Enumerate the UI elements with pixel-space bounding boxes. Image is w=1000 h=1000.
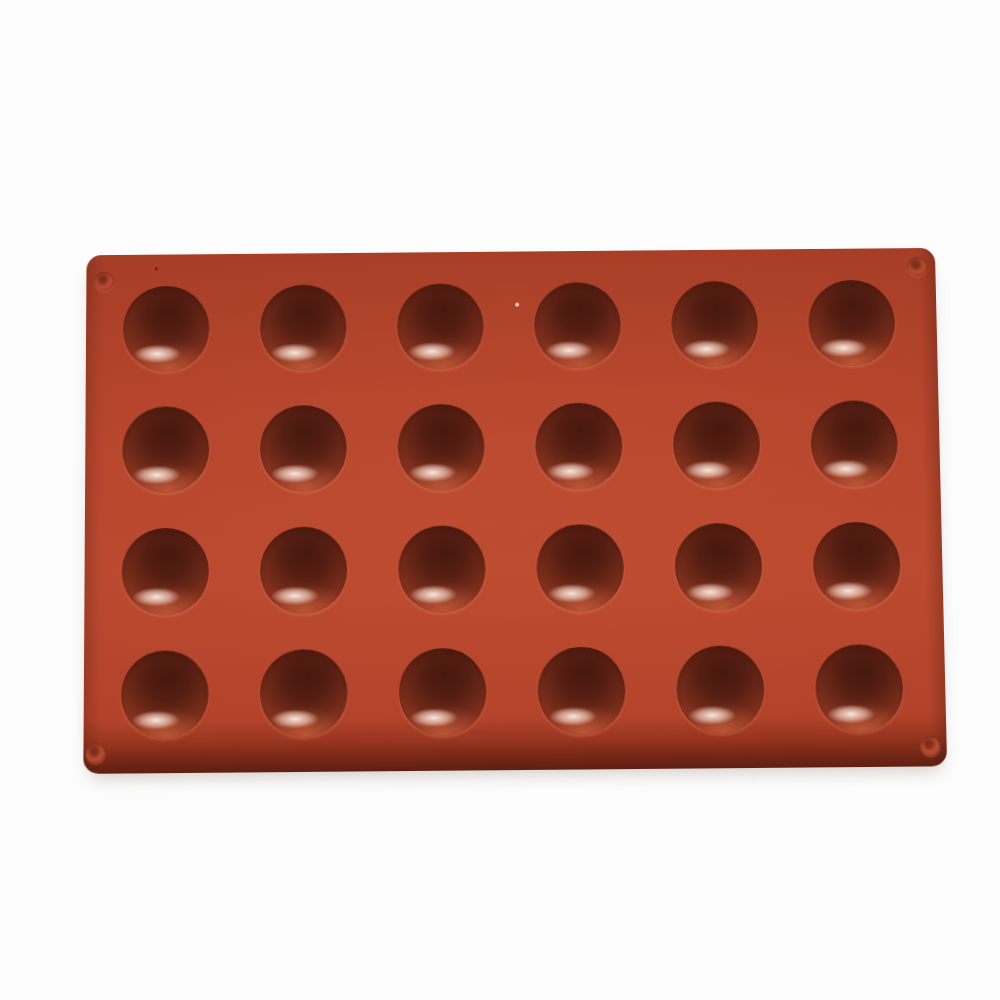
mold-cavity-r1c4	[533, 282, 620, 369]
mold-cavity-r3c3	[398, 525, 486, 613]
mold-cavity-r4c2	[259, 648, 347, 737]
mold-cavity-r3c6	[812, 521, 901, 609]
cavity-cell-r3c2	[234, 508, 373, 632]
cavity-cell-r4c5	[650, 627, 791, 752]
cavity-cell-r1c3	[371, 265, 509, 387]
mold-cavity-r3c2	[259, 526, 346, 614]
cavity-cell-r3c1	[95, 509, 234, 633]
mold-cavity-r2c6	[809, 400, 898, 487]
mold-cavity-r2c2	[259, 404, 346, 491]
mold-cavity-r1c5	[670, 280, 758, 367]
mold-cavity-r4c1	[120, 650, 208, 739]
cavity-cell-r3c4	[510, 506, 650, 630]
cavity-cell-r2c2	[234, 387, 372, 510]
cavity-cell-r1c2	[234, 267, 371, 389]
silicone-mold-tray	[83, 248, 947, 774]
cavity-cell-r2c1	[96, 388, 234, 511]
cavity-cell-r2c4	[509, 384, 648, 507]
cavity-cell-r1c5	[645, 263, 784, 384]
cavity-cell-r1c4	[508, 264, 646, 385]
cavity-cell-r3c5	[648, 505, 788, 629]
mold-cavity-r3c1	[121, 527, 208, 615]
cavity-cell-r3c3	[372, 507, 511, 631]
cavity-cell-r4c6	[788, 626, 929, 751]
mold-cavity-r4c4	[537, 646, 626, 735]
mold-cavity-r4c5	[675, 645, 764, 734]
mold-cavity-r2c4	[534, 402, 622, 489]
mold-cavity-r1c6	[807, 279, 895, 366]
cavity-cell-r2c3	[372, 386, 510, 509]
cavity-cell-r4c3	[372, 629, 512, 754]
mold-cavity-r2c1	[122, 406, 209, 493]
mold-cavity-r3c4	[536, 524, 624, 612]
mold-cavity-r1c3	[396, 283, 483, 370]
cavity-cell-r2c6	[784, 382, 924, 505]
mold-cavity-r3c5	[674, 522, 763, 610]
cavity-cell-r4c1	[95, 632, 234, 757]
cavity-cell-r4c4	[511, 628, 651, 753]
cavity-cell-r1c1	[97, 268, 235, 390]
mold-cavity-r2c5	[672, 401, 760, 488]
cavity-cell-r1c6	[782, 262, 922, 383]
mold-cavity-r4c6	[814, 644, 903, 733]
product-photo-scene	[0, 0, 1000, 1000]
cavity-cell-r4c2	[234, 631, 373, 756]
mold-cavity-r2c3	[397, 403, 484, 490]
mold-cavity-r4c3	[398, 647, 486, 736]
cavity-cell-r2c5	[646, 383, 786, 506]
mold-cavity-r1c1	[122, 285, 209, 372]
mold-cavity-r1c2	[260, 284, 347, 371]
cavity-grid	[95, 262, 930, 757]
cavity-cell-r3c6	[786, 503, 927, 627]
